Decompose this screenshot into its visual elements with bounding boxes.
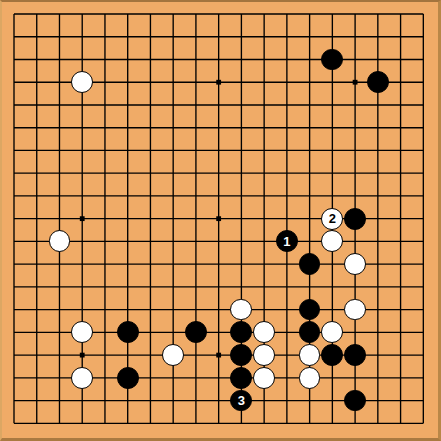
white-stone-h4 (162, 344, 184, 366)
white-stone-o4 (299, 344, 321, 366)
white-stone-d5 (71, 321, 93, 343)
black-stone-n9: 1 (276, 230, 298, 252)
black-stone-f3 (117, 367, 139, 389)
board-grid: 132 (3, 3, 435, 435)
move-number-label: 2 (329, 212, 336, 225)
move-number-label: 3 (238, 394, 245, 407)
black-stone-p17 (321, 49, 343, 71)
white-stone-m3 (253, 367, 275, 389)
white-stone-d3 (71, 367, 93, 389)
move-number-label: 1 (283, 235, 290, 248)
white-stone-q8 (344, 253, 366, 275)
white-stone-l6 (230, 299, 252, 321)
black-stone-l3 (230, 367, 252, 389)
black-stone-l5 (230, 321, 252, 343)
black-stone-l2: 3 (230, 390, 252, 412)
black-stone-o6 (299, 299, 321, 321)
white-stone-p5 (321, 321, 343, 343)
white-stone-p10: 2 (321, 208, 343, 230)
go-board: 132 (0, 0, 441, 441)
black-stone-p4 (321, 344, 343, 366)
black-stone-f5 (117, 321, 139, 343)
white-stone-d16 (71, 71, 93, 93)
white-stone-o3 (299, 367, 321, 389)
white-stone-p9 (321, 230, 343, 252)
black-stone-j5 (185, 321, 207, 343)
black-stone-l4 (230, 344, 252, 366)
black-stone-o5 (299, 321, 321, 343)
black-stone-q2 (344, 390, 366, 412)
black-stone-q10 (344, 208, 366, 230)
white-stone-m5 (253, 321, 275, 343)
white-stone-m4 (253, 344, 275, 366)
white-stone-c9 (49, 230, 71, 252)
white-stone-q6 (344, 299, 366, 321)
black-stone-o8 (299, 253, 321, 275)
black-stone-q4 (344, 344, 366, 366)
black-stone-r16 (367, 71, 389, 93)
